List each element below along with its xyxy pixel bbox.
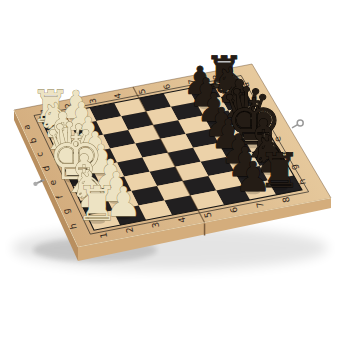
board-photo-svg: aabbccddeeffgghh8877665544332211♜♟♞♟♝♟♟♜… xyxy=(0,0,340,340)
chess-set-product-photo: aabbccddeeffgghh8877665544332211♜♟♞♟♝♟♟♜… xyxy=(0,0,340,340)
piece-white-rook-h1: ♜ xyxy=(76,176,118,231)
piece-black-pawn-h7: ♟ xyxy=(235,153,272,201)
latch-catch xyxy=(33,180,44,186)
